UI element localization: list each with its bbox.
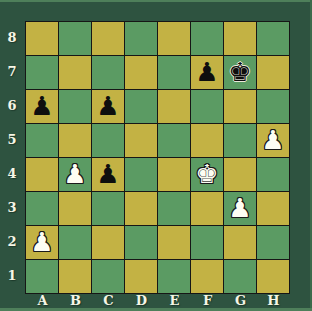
- file-label-f: F: [191, 294, 224, 309]
- square-d7[interactable]: [125, 56, 157, 89]
- square-g4[interactable]: [224, 158, 256, 191]
- rank-label-1: 1: [0, 259, 24, 293]
- file-label-c: C: [92, 294, 125, 309]
- square-g1[interactable]: [224, 260, 256, 293]
- square-h2[interactable]: [257, 226, 289, 259]
- square-b1[interactable]: [59, 260, 91, 293]
- square-b3[interactable]: [59, 192, 91, 225]
- black-pawn[interactable]: ♟: [30, 90, 53, 123]
- square-d1[interactable]: [125, 260, 157, 293]
- square-a7[interactable]: [26, 56, 58, 89]
- file-label-g: G: [224, 294, 257, 309]
- square-e3[interactable]: [158, 192, 190, 225]
- square-c3[interactable]: [92, 192, 124, 225]
- square-h4[interactable]: [257, 158, 289, 191]
- square-b6[interactable]: [59, 90, 91, 123]
- square-c2[interactable]: [92, 226, 124, 259]
- square-e7[interactable]: [158, 56, 190, 89]
- square-b4[interactable]: ♟: [59, 158, 91, 191]
- square-f7[interactable]: ♟: [191, 56, 223, 89]
- square-e2[interactable]: [158, 226, 190, 259]
- white-pawn[interactable]: ♟: [30, 226, 53, 259]
- square-d8[interactable]: [125, 22, 157, 55]
- square-b7[interactable]: [59, 56, 91, 89]
- board: ♟♚♟♟♟♟♟♚♟♟: [25, 21, 290, 294]
- square-c5[interactable]: [92, 124, 124, 157]
- square-a5[interactable]: [26, 124, 58, 157]
- frame-right-bevel: [310, 0, 312, 311]
- square-f2[interactable]: [191, 226, 223, 259]
- square-e4[interactable]: [158, 158, 190, 191]
- square-h3[interactable]: [257, 192, 289, 225]
- square-g2[interactable]: [224, 226, 256, 259]
- square-g6[interactable]: [224, 90, 256, 123]
- square-c1[interactable]: [92, 260, 124, 293]
- square-a3[interactable]: [26, 192, 58, 225]
- square-e5[interactable]: [158, 124, 190, 157]
- square-a1[interactable]: [26, 260, 58, 293]
- square-f6[interactable]: [191, 90, 223, 123]
- square-g7[interactable]: ♚: [224, 56, 256, 89]
- white-pawn[interactable]: ♟: [228, 192, 251, 225]
- rank-label-5: 5: [0, 123, 24, 157]
- square-h5[interactable]: ♟: [257, 124, 289, 157]
- rank-label-8: 8: [0, 21, 24, 55]
- square-b5[interactable]: [59, 124, 91, 157]
- file-label-b: B: [59, 294, 92, 309]
- square-b2[interactable]: [59, 226, 91, 259]
- square-b8[interactable]: [59, 22, 91, 55]
- black-king[interactable]: ♚: [228, 56, 251, 89]
- square-a8[interactable]: [26, 22, 58, 55]
- white-pawn[interactable]: ♟: [261, 124, 284, 157]
- square-e8[interactable]: [158, 22, 190, 55]
- square-h6[interactable]: [257, 90, 289, 123]
- square-a4[interactable]: [26, 158, 58, 191]
- file-label-a: A: [26, 294, 59, 309]
- square-g8[interactable]: [224, 22, 256, 55]
- square-f1[interactable]: [191, 260, 223, 293]
- black-pawn[interactable]: ♟: [195, 56, 218, 89]
- white-pawn[interactable]: ♟: [63, 158, 86, 191]
- square-a2[interactable]: ♟: [26, 226, 58, 259]
- file-label-h: H: [257, 294, 290, 309]
- square-d2[interactable]: [125, 226, 157, 259]
- rank-label-7: 7: [0, 55, 24, 89]
- white-king[interactable]: ♚: [195, 158, 218, 191]
- rank-label-4: 4: [0, 157, 24, 191]
- black-pawn[interactable]: ♟: [96, 158, 119, 191]
- square-h1[interactable]: [257, 260, 289, 293]
- file-label-d: D: [125, 294, 158, 309]
- rank-label-3: 3: [0, 191, 24, 225]
- rank-label-2: 2: [0, 225, 24, 259]
- black-pawn[interactable]: ♟: [96, 90, 119, 123]
- square-c7[interactable]: [92, 56, 124, 89]
- square-e6[interactable]: [158, 90, 190, 123]
- square-c4[interactable]: ♟: [92, 158, 124, 191]
- square-d5[interactable]: [125, 124, 157, 157]
- square-g3[interactable]: ♟: [224, 192, 256, 225]
- square-f8[interactable]: [191, 22, 223, 55]
- square-d3[interactable]: [125, 192, 157, 225]
- square-g5[interactable]: [224, 124, 256, 157]
- square-c6[interactable]: ♟: [92, 90, 124, 123]
- square-d6[interactable]: [125, 90, 157, 123]
- square-f3[interactable]: [191, 192, 223, 225]
- square-c8[interactable]: [92, 22, 124, 55]
- file-label-e: E: [158, 294, 191, 309]
- square-f4[interactable]: ♚: [191, 158, 223, 191]
- chess-board-frame: ♟♚♟♟♟♟♟♚♟♟ 87654321 ABCDEFGH: [0, 0, 312, 311]
- square-f5[interactable]: [191, 124, 223, 157]
- square-e1[interactable]: [158, 260, 190, 293]
- square-d4[interactable]: [125, 158, 157, 191]
- rank-label-6: 6: [0, 89, 24, 123]
- square-h7[interactable]: [257, 56, 289, 89]
- square-h8[interactable]: [257, 22, 289, 55]
- square-a6[interactable]: ♟: [26, 90, 58, 123]
